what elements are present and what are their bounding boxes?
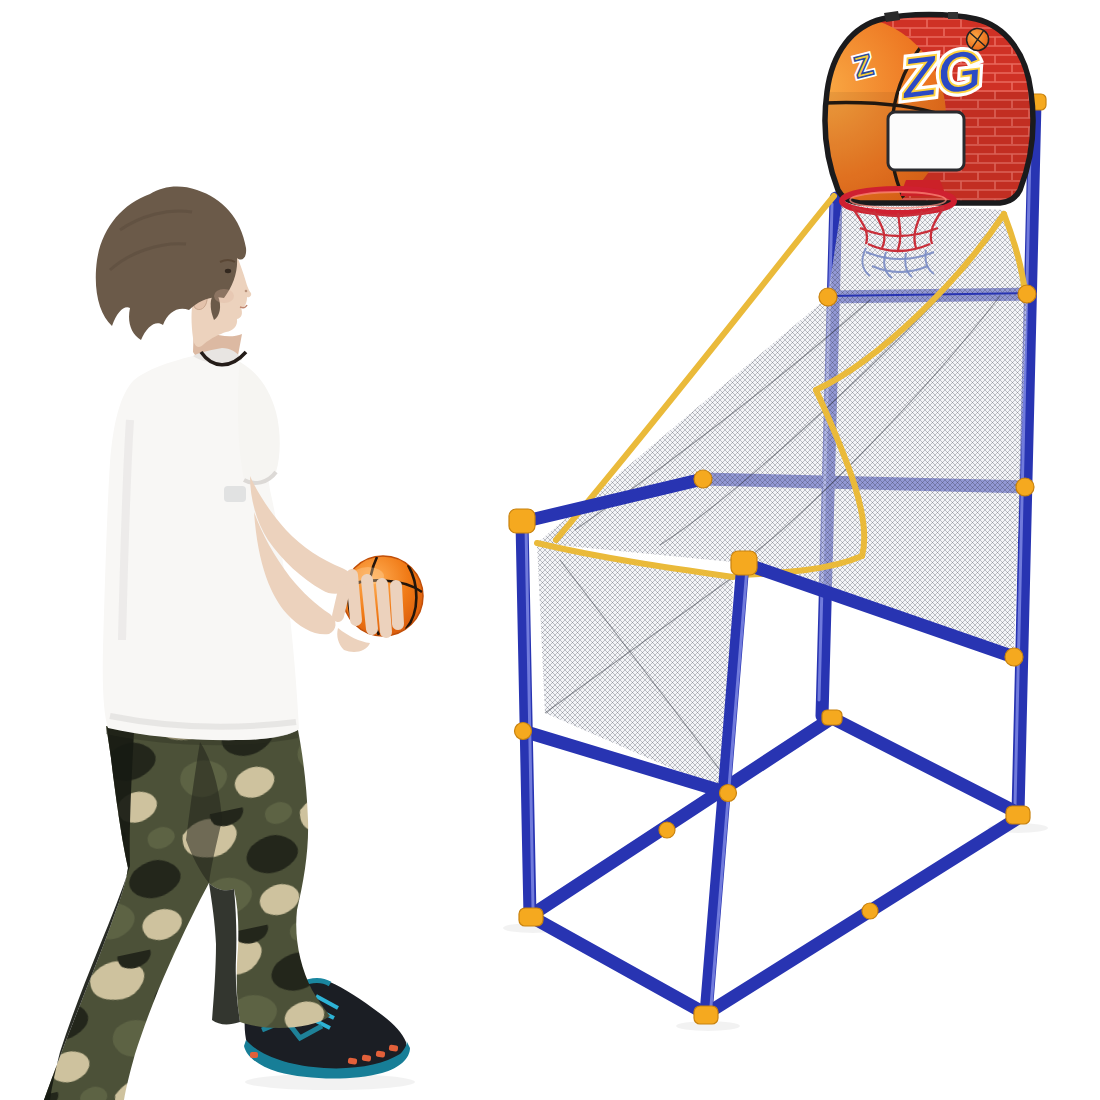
cheek-shade xyxy=(214,289,234,303)
elbow-front-center xyxy=(731,551,757,575)
backboard: ZG ZG Z Z xyxy=(746,8,1042,216)
shooter-square xyxy=(888,112,964,170)
joint xyxy=(1005,648,1023,666)
net-basket-front xyxy=(537,543,733,793)
pants-inner-panel xyxy=(209,883,240,1024)
elbow-front-left xyxy=(509,509,535,533)
t-shirt xyxy=(103,348,299,740)
base-rear-right-edge xyxy=(832,718,1018,813)
joint xyxy=(1016,478,1034,496)
joint xyxy=(720,785,737,802)
foot-front-center xyxy=(694,1006,718,1024)
head xyxy=(96,187,251,347)
photo-stage: ZG ZG Z Z xyxy=(0,0,1100,1100)
joint xyxy=(694,470,712,488)
joint xyxy=(1018,285,1036,303)
eye xyxy=(225,269,231,273)
backboard-top-nub xyxy=(948,12,958,19)
joint xyxy=(862,903,878,919)
nostril xyxy=(245,290,248,293)
base-right-edge xyxy=(706,818,1018,1014)
shirt-sleeve xyxy=(238,362,280,483)
arcade-stand: ZG ZG Z Z xyxy=(509,8,1046,1024)
joint xyxy=(515,723,532,740)
foot-front-left xyxy=(519,908,543,926)
foot-rear xyxy=(822,710,842,725)
foot-right xyxy=(1006,806,1030,824)
shirt-print-smudge xyxy=(224,486,246,502)
joint xyxy=(819,288,837,306)
joint xyxy=(659,822,675,838)
boy xyxy=(44,187,423,1100)
scene-svg: ZG ZG Z Z xyxy=(0,0,1100,1100)
base-front-edge xyxy=(530,916,706,1014)
